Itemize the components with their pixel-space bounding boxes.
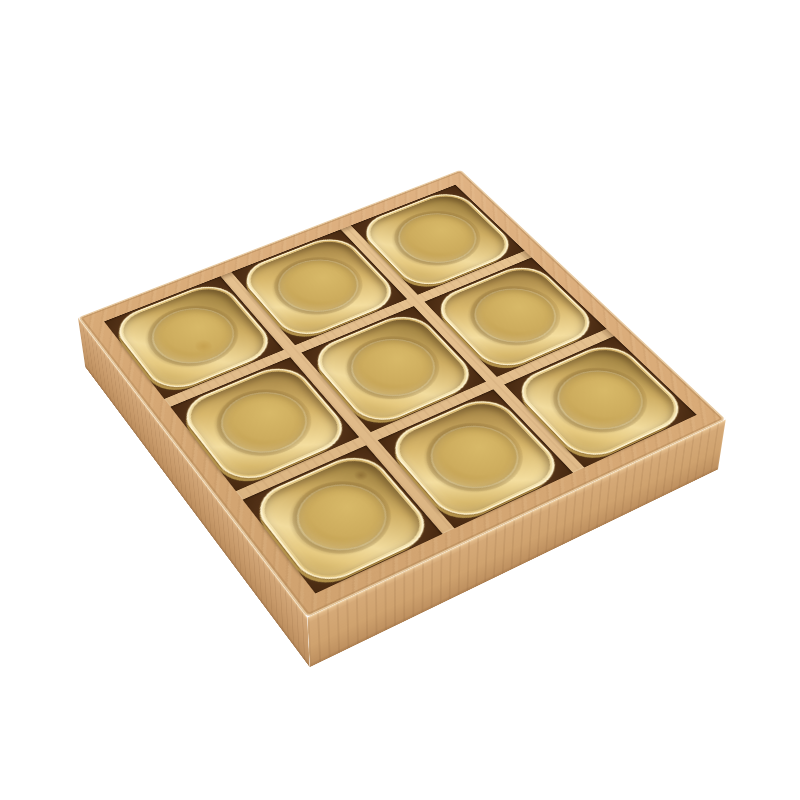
board-tray (78, 170, 726, 618)
maker-stamp-mark (352, 468, 371, 483)
bowl-inner-wall (388, 396, 563, 521)
bowl-inner-wall (253, 453, 432, 585)
product-photo-scene (0, 0, 800, 800)
cell-r3c2[interactable] (170, 357, 359, 491)
tray-top-face (78, 170, 726, 618)
bowl-floor (208, 383, 320, 462)
bowl-floor (283, 474, 401, 561)
piece-glyph (174, 360, 354, 488)
board-grid (104, 185, 697, 594)
piece-glyph (382, 392, 569, 525)
bowl-floor (543, 362, 657, 440)
bowl-inner-wall (180, 364, 349, 484)
bowl-floor (417, 416, 533, 498)
gold-bowl (382, 392, 569, 525)
gold-bowl (174, 360, 354, 488)
